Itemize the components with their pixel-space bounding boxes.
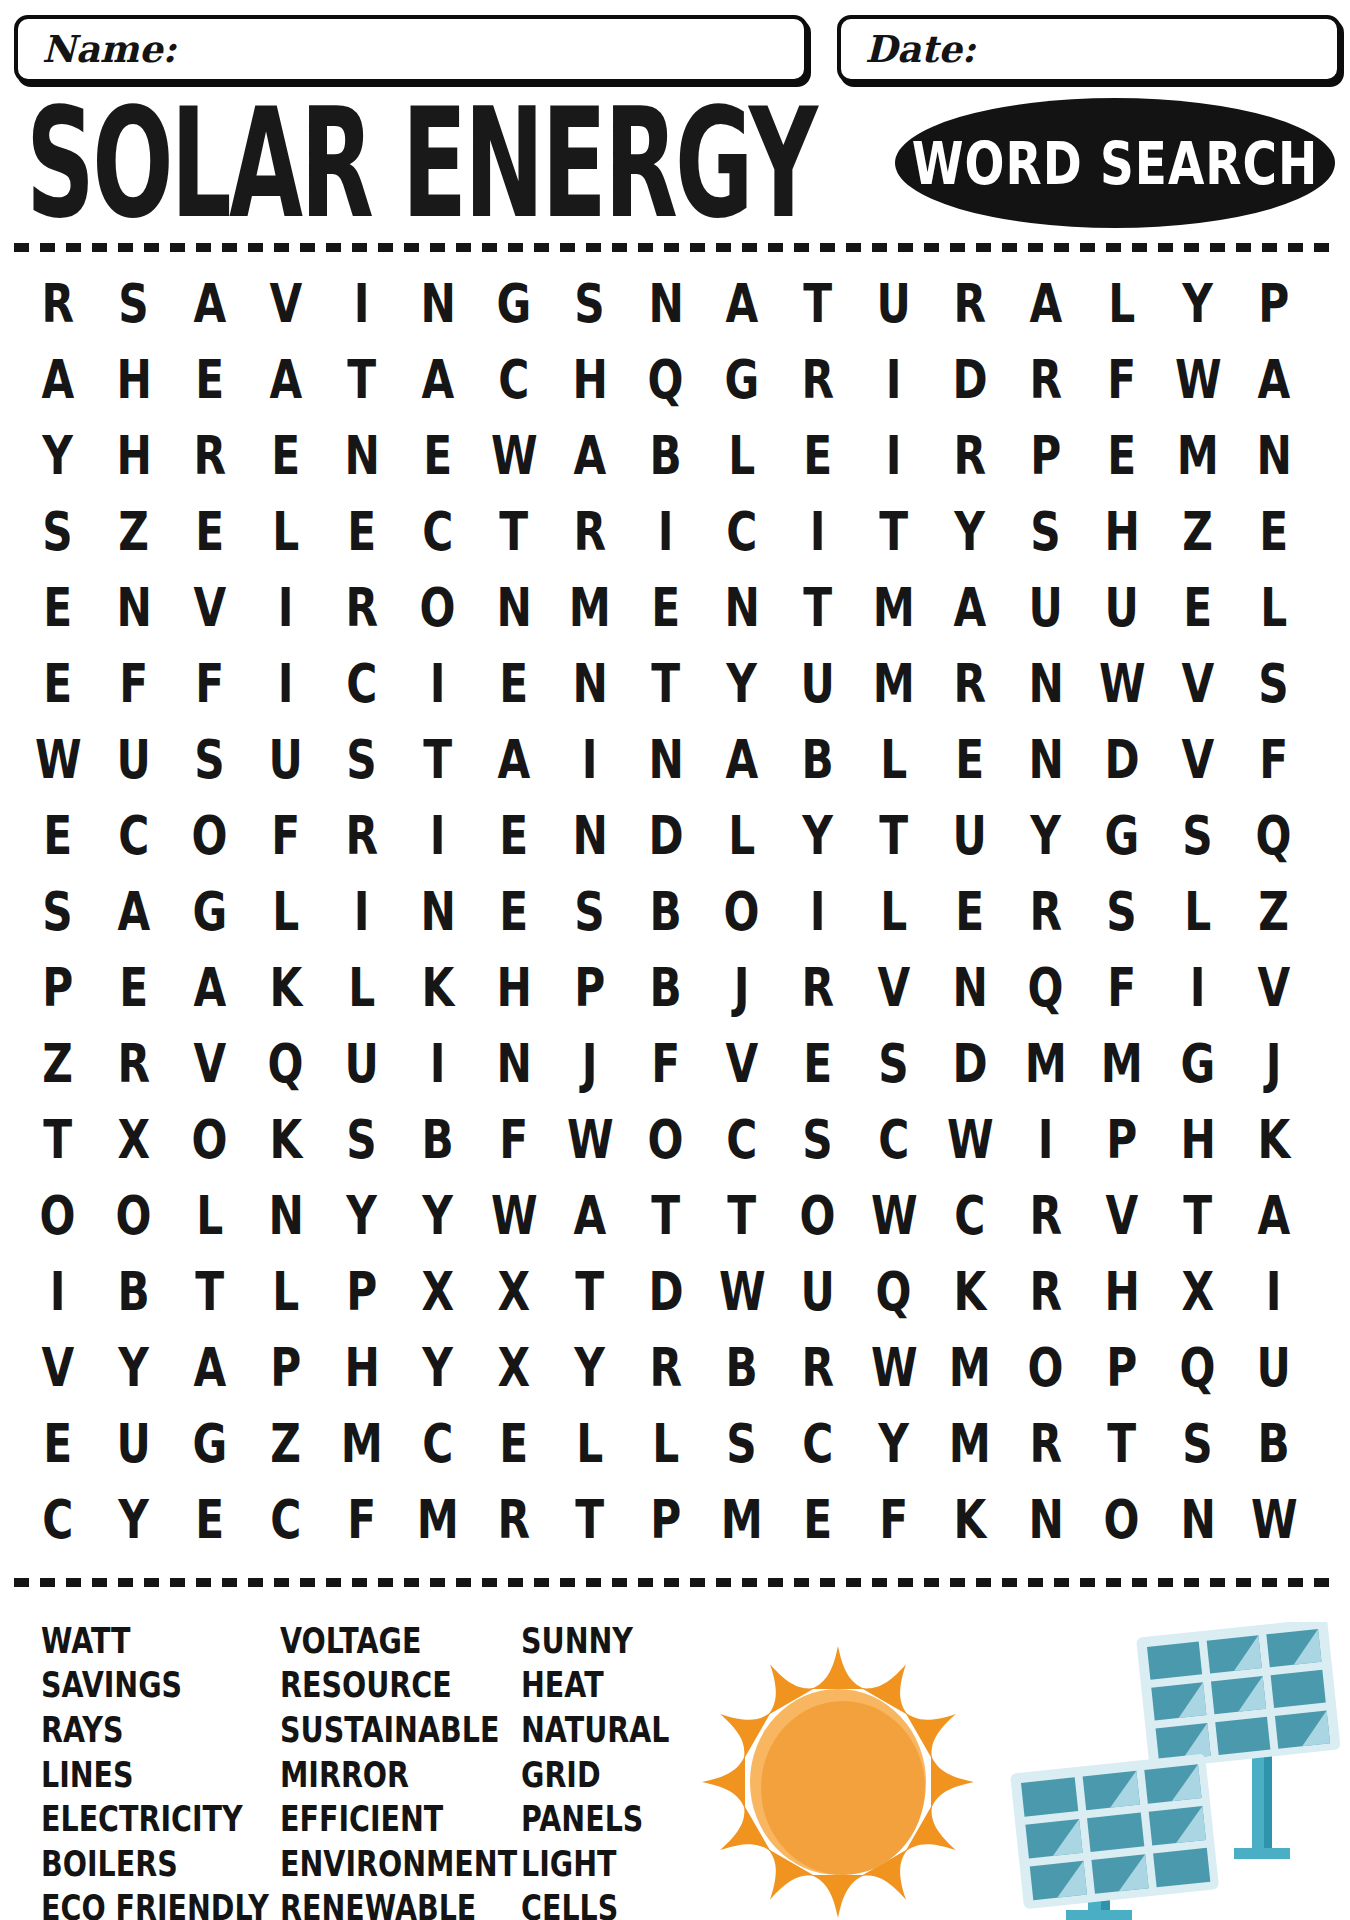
grid-cell[interactable]: L <box>248 1253 324 1329</box>
grid-cell[interactable]: N <box>628 265 704 341</box>
grid-cell[interactable]: N <box>476 569 552 645</box>
grid-cell[interactable]: Y <box>932 493 1008 569</box>
grid-cell[interactable]: S <box>552 873 628 949</box>
grid-cell[interactable]: B <box>780 721 856 797</box>
grid-cell[interactable]: I <box>248 569 324 645</box>
grid-cell[interactable]: Y <box>1008 797 1084 873</box>
grid-cell[interactable]: T <box>704 1177 780 1253</box>
grid-cell[interactable]: D <box>628 1253 704 1329</box>
grid-cell[interactable]: V <box>1084 1177 1160 1253</box>
grid-cell[interactable]: Y <box>780 797 856 873</box>
grid-cell[interactable]: R <box>932 417 1008 493</box>
grid-cell[interactable]: X <box>476 1253 552 1329</box>
grid-cell[interactable]: I <box>780 493 856 569</box>
grid-cell[interactable]: C <box>400 493 476 569</box>
grid-cell[interactable]: K <box>248 1101 324 1177</box>
grid-cell[interactable]: L <box>704 417 780 493</box>
grid-cell[interactable]: C <box>704 493 780 569</box>
grid-cell[interactable]: N <box>400 873 476 949</box>
grid-cell[interactable]: Y <box>20 417 96 493</box>
grid-cell[interactable]: U <box>96 721 172 797</box>
grid-cell[interactable]: W <box>932 1101 1008 1177</box>
grid-cell[interactable]: E <box>1236 493 1312 569</box>
grid-cell[interactable]: C <box>704 1101 780 1177</box>
grid-cell[interactable]: E <box>932 873 1008 949</box>
grid-cell[interactable]: T <box>628 645 704 721</box>
grid-cell[interactable]: U <box>1236 1329 1312 1405</box>
word-list-label: RENEWABLE <box>280 1887 476 1920</box>
grid-cell[interactable]: W <box>20 721 96 797</box>
grid-cell[interactable]: O <box>704 873 780 949</box>
grid-cell[interactable]: N <box>1008 645 1084 721</box>
grid-cell[interactable]: S <box>324 721 400 797</box>
word-list-item: RESOURCE <box>280 1663 530 1708</box>
grid-cell[interactable]: C <box>476 341 552 417</box>
grid-cell[interactable]: D <box>932 341 1008 417</box>
grid-cell[interactable]: R <box>780 1329 856 1405</box>
grid-cell[interactable]: V <box>172 569 248 645</box>
grid-cell[interactable]: R <box>780 341 856 417</box>
grid-cell[interactable]: M <box>856 569 932 645</box>
grid-cell[interactable]: T <box>324 341 400 417</box>
grid-cell[interactable]: G <box>172 873 248 949</box>
grid-cell[interactable]: N <box>96 569 172 645</box>
grid-cell[interactable]: L <box>552 1405 628 1481</box>
grid-cell[interactable]: Y <box>324 1177 400 1253</box>
grid-cell[interactable]: H <box>96 341 172 417</box>
grid-cell[interactable]: R <box>96 1025 172 1101</box>
grid-cell[interactable]: O <box>780 1177 856 1253</box>
grid-cell[interactable]: S <box>20 493 96 569</box>
grid-cell[interactable]: I <box>324 873 400 949</box>
grid-cell[interactable]: M <box>1160 417 1236 493</box>
grid-cell[interactable]: G <box>1160 1025 1236 1101</box>
grid-cell[interactable]: E <box>476 873 552 949</box>
name-field[interactable]: Name: <box>14 15 808 83</box>
grid-cell[interactable]: P <box>552 949 628 1025</box>
grid-cell[interactable]: E <box>20 1405 96 1481</box>
grid-cell[interactable]: N <box>476 1025 552 1101</box>
grid-cell[interactable]: H <box>1160 1101 1236 1177</box>
grid-cell[interactable]: K <box>400 949 476 1025</box>
grid-cell[interactable]: X <box>476 1329 552 1405</box>
grid-cell[interactable]: I <box>20 1253 96 1329</box>
grid-cell[interactable]: T <box>172 1253 248 1329</box>
grid-cell[interactable]: S <box>96 265 172 341</box>
grid-cell[interactable]: Z <box>96 493 172 569</box>
grid-cell[interactable]: E <box>172 1481 248 1557</box>
grid-cell[interactable]: E <box>476 797 552 873</box>
grid-cell[interactable]: U <box>96 1405 172 1481</box>
grid-cell[interactable]: P <box>1008 417 1084 493</box>
grid-cell[interactable]: S <box>1160 1405 1236 1481</box>
grid-cell[interactable]: R <box>1008 1253 1084 1329</box>
grid-cell[interactable]: R <box>324 569 400 645</box>
grid-cell[interactable]: T <box>628 1177 704 1253</box>
grid-cell[interactable]: B <box>628 873 704 949</box>
grid-cell[interactable]: I <box>552 721 628 797</box>
grid-cell[interactable]: P <box>20 949 96 1025</box>
grid-cell[interactable]: T <box>552 1481 628 1557</box>
grid-cell[interactable]: L <box>1160 873 1236 949</box>
grid-cell[interactable]: P <box>324 1253 400 1329</box>
grid-cell[interactable]: S <box>780 1101 856 1177</box>
grid-cell[interactable]: L <box>1084 265 1160 341</box>
grid-cell[interactable]: F <box>628 1025 704 1101</box>
grid-cell[interactable]: B <box>628 949 704 1025</box>
grid-cell[interactable]: R <box>932 645 1008 721</box>
grid-cell[interactable]: M <box>932 1329 1008 1405</box>
grid-cell[interactable]: O <box>172 797 248 873</box>
grid-cell[interactable]: R <box>628 1329 704 1405</box>
grid-cell[interactable]: L <box>324 949 400 1025</box>
grid-cell[interactable]: A <box>400 341 476 417</box>
grid-cell[interactable]: P <box>1084 1101 1160 1177</box>
grid-cell[interactable]: C <box>400 1405 476 1481</box>
grid-cell[interactable]: Z <box>20 1025 96 1101</box>
grid-cell[interactable]: B <box>400 1101 476 1177</box>
grid-cell[interactable]: V <box>704 1025 780 1101</box>
grid-cell[interactable]: A <box>96 873 172 949</box>
grid-cell[interactable]: I <box>856 417 932 493</box>
grid-cell[interactable]: L <box>172 1177 248 1253</box>
grid-cell[interactable]: D <box>1084 721 1160 797</box>
grid-cell[interactable]: C <box>932 1177 1008 1253</box>
grid-cell[interactable]: C <box>20 1481 96 1557</box>
grid-cell[interactable]: E <box>628 569 704 645</box>
grid-cell[interactable]: N <box>932 949 1008 1025</box>
grid-cell[interactable]: N <box>248 1177 324 1253</box>
grid-cell[interactable]: R <box>1008 341 1084 417</box>
grid-cell[interactable]: R <box>1008 1405 1084 1481</box>
grid-cell[interactable]: A <box>1236 341 1312 417</box>
grid-cell[interactable]: C <box>96 797 172 873</box>
grid-cell[interactable]: M <box>856 645 932 721</box>
grid-cell[interactable]: A <box>172 949 248 1025</box>
grid-cell[interactable]: B <box>96 1253 172 1329</box>
grid-cell[interactable]: J <box>704 949 780 1025</box>
grid-cell[interactable]: P <box>1084 1329 1160 1405</box>
grid-cell[interactable]: E <box>172 493 248 569</box>
grid-cell[interactable]: S <box>172 721 248 797</box>
grid-cell[interactable]: S <box>1236 645 1312 721</box>
grid-cell[interactable]: E <box>248 417 324 493</box>
grid-cell[interactable]: E <box>476 1405 552 1481</box>
grid-cell[interactable]: V <box>248 265 324 341</box>
grid-cell[interactable]: N <box>628 721 704 797</box>
grid-cell[interactable]: A <box>552 417 628 493</box>
grid-cell[interactable]: W <box>1236 1481 1312 1557</box>
grid-cell[interactable]: J <box>1236 1025 1312 1101</box>
grid-cell[interactable]: C <box>780 1405 856 1481</box>
grid-cell[interactable]: N <box>1008 721 1084 797</box>
grid-cell[interactable]: C <box>324 645 400 721</box>
grid-cell[interactable]: Z <box>1160 493 1236 569</box>
grid-cell[interactable]: R <box>172 417 248 493</box>
grid-cell[interactable]: E <box>20 569 96 645</box>
grid-cell[interactable]: N <box>552 797 628 873</box>
grid-cell[interactable]: A <box>552 1177 628 1253</box>
grid-cell[interactable]: L <box>856 721 932 797</box>
grid-cell[interactable]: G <box>172 1405 248 1481</box>
grid-cell[interactable]: R <box>932 265 1008 341</box>
grid-cell[interactable]: K <box>932 1481 1008 1557</box>
grid-cell[interactable]: E <box>96 949 172 1025</box>
grid-cell[interactable]: U <box>248 721 324 797</box>
grid-cell[interactable]: O <box>1084 1481 1160 1557</box>
grid-cell[interactable]: I <box>628 493 704 569</box>
grid-cell[interactable]: M <box>704 1481 780 1557</box>
grid-cell[interactable]: P <box>628 1481 704 1557</box>
grid-cell[interactable]: E <box>780 1025 856 1101</box>
grid-cell[interactable]: N <box>704 569 780 645</box>
grid-cell[interactable]: N <box>1236 417 1312 493</box>
grid-cell[interactable]: E <box>1084 417 1160 493</box>
grid-cell[interactable]: B <box>1236 1405 1312 1481</box>
grid-cell[interactable]: T <box>476 493 552 569</box>
grid-cell[interactable]: P <box>1236 265 1312 341</box>
grid-cell[interactable]: I <box>400 1025 476 1101</box>
grid-cell[interactable]: L <box>704 797 780 873</box>
grid-cell[interactable]: A <box>172 265 248 341</box>
grid-cell[interactable]: U <box>780 645 856 721</box>
grid-cell[interactable]: H <box>324 1329 400 1405</box>
grid-cell[interactable]: M <box>400 1481 476 1557</box>
grid-cell[interactable]: S <box>20 873 96 949</box>
grid-cell[interactable]: I <box>248 645 324 721</box>
grid-cell[interactable]: Y <box>400 1177 476 1253</box>
grid-cell[interactable]: X <box>96 1101 172 1177</box>
grid-cell[interactable]: T <box>552 1253 628 1329</box>
grid-cell[interactable]: B <box>704 1329 780 1405</box>
grid-cell[interactable]: W <box>476 1177 552 1253</box>
grid-cell[interactable]: T <box>780 569 856 645</box>
grid-cell[interactable]: A <box>476 721 552 797</box>
grid-cell[interactable]: V <box>20 1329 96 1405</box>
grid-cell[interactable]: K <box>248 949 324 1025</box>
grid-cell[interactable]: H <box>552 341 628 417</box>
grid-cell[interactable]: S <box>1160 797 1236 873</box>
grid-cell[interactable]: A <box>248 341 324 417</box>
grid-cell[interactable]: Y <box>96 1481 172 1557</box>
grid-cell[interactable]: L <box>248 873 324 949</box>
grid-cell[interactable]: Y <box>1160 265 1236 341</box>
grid-cell[interactable]: Y <box>400 1329 476 1405</box>
grid-cell[interactable]: A <box>932 569 1008 645</box>
grid-cell[interactable]: E <box>932 721 1008 797</box>
grid-cell[interactable]: F <box>248 797 324 873</box>
grid-cell[interactable]: Q <box>1160 1329 1236 1405</box>
grid-cell[interactable]: H <box>1084 1253 1160 1329</box>
grid-cell[interactable]: E <box>172 341 248 417</box>
grid-cell[interactable]: W <box>856 1329 932 1405</box>
grid-cell[interactable]: N <box>400 265 476 341</box>
grid-cell[interactable]: I <box>856 341 932 417</box>
grid-cell[interactable]: S <box>1008 493 1084 569</box>
grid-cell[interactable]: U <box>932 797 1008 873</box>
grid-cell[interactable]: O <box>172 1101 248 1177</box>
grid-cell[interactable]: V <box>856 949 932 1025</box>
word-search-grid: RSAVINGSNATURALYPAHEATACHQGRIDRFWAYHRENE… <box>20 265 1312 1557</box>
grid-cell[interactable]: H <box>1084 493 1160 569</box>
grid-cell[interactable]: S <box>856 1025 932 1101</box>
grid-cell[interactable]: M <box>1008 1025 1084 1101</box>
grid-cell[interactable]: S <box>552 265 628 341</box>
grid-cell[interactable]: Y <box>704 645 780 721</box>
grid-cell[interactable]: R <box>1008 873 1084 949</box>
grid-cell[interactable]: G <box>476 265 552 341</box>
grid-cell[interactable]: E <box>780 417 856 493</box>
grid-cell[interactable]: P <box>248 1329 324 1405</box>
grid-cell[interactable]: F <box>96 645 172 721</box>
grid-cell[interactable]: A <box>1008 265 1084 341</box>
grid-cell[interactable]: S <box>1084 873 1160 949</box>
grid-letter: S <box>727 1416 757 1469</box>
grid-cell[interactable]: I <box>1160 949 1236 1025</box>
grid-cell[interactable]: E <box>20 645 96 721</box>
grid-cell[interactable]: F <box>856 1481 932 1557</box>
grid-cell[interactable]: A <box>20 341 96 417</box>
grid-letter: T <box>196 1264 225 1317</box>
grid-cell[interactable]: T <box>20 1101 96 1177</box>
grid-cell[interactable]: W <box>1084 645 1160 721</box>
grid-cell[interactable]: M <box>932 1405 1008 1481</box>
grid-cell[interactable]: L <box>856 873 932 949</box>
grid-cell[interactable]: O <box>1008 1329 1084 1405</box>
grid-cell[interactable]: N <box>1160 1481 1236 1557</box>
grid-cell[interactable]: V <box>1236 949 1312 1025</box>
grid-cell[interactable]: U <box>856 265 932 341</box>
grid-cell[interactable]: M <box>552 569 628 645</box>
grid-cell[interactable]: C <box>248 1481 324 1557</box>
grid-cell[interactable]: C <box>856 1101 932 1177</box>
grid-cell[interactable]: K <box>1236 1101 1312 1177</box>
grid-letter: U <box>117 1416 151 1469</box>
grid-cell[interactable]: G <box>704 341 780 417</box>
grid-cell[interactable]: S <box>324 1101 400 1177</box>
grid-cell[interactable]: Z <box>1236 873 1312 949</box>
grid-cell[interactable]: F <box>1236 721 1312 797</box>
grid-cell[interactable]: S <box>704 1405 780 1481</box>
grid-cell[interactable]: T <box>856 797 932 873</box>
date-field[interactable]: Date: <box>837 15 1341 83</box>
grid-cell[interactable]: E <box>476 645 552 721</box>
grid-cell[interactable]: H <box>476 949 552 1025</box>
grid-cell[interactable]: N <box>552 645 628 721</box>
grid-cell[interactable]: Y <box>552 1329 628 1405</box>
grid-cell[interactable]: T <box>1084 1405 1160 1481</box>
grid-cell[interactable]: U <box>324 1025 400 1101</box>
grid-cell[interactable]: I <box>1008 1101 1084 1177</box>
grid-cell[interactable]: T <box>780 265 856 341</box>
grid-cell[interactable]: V <box>1160 721 1236 797</box>
grid-cell[interactable]: V <box>1160 645 1236 721</box>
grid-cell[interactable]: F <box>1084 341 1160 417</box>
grid-cell[interactable]: E <box>20 797 96 873</box>
grid-cell[interactable]: B <box>628 417 704 493</box>
grid-cell[interactable]: T <box>400 721 476 797</box>
grid-cell[interactable]: L <box>248 493 324 569</box>
grid-cell[interactable]: X <box>1160 1253 1236 1329</box>
grid-cell[interactable]: E <box>324 493 400 569</box>
grid-cell[interactable]: E <box>400 417 476 493</box>
grid-cell[interactable]: F <box>172 645 248 721</box>
grid-cell[interactable]: G <box>1084 797 1160 873</box>
grid-cell[interactable]: Q <box>1008 949 1084 1025</box>
grid-cell[interactable]: W <box>552 1101 628 1177</box>
grid-cell[interactable]: M <box>1084 1025 1160 1101</box>
grid-cell[interactable]: Z <box>248 1405 324 1481</box>
grid-cell[interactable]: Q <box>248 1025 324 1101</box>
grid-cell[interactable]: H <box>96 417 172 493</box>
grid-cell[interactable]: W <box>1160 341 1236 417</box>
grid-cell[interactable]: A <box>704 265 780 341</box>
grid-cell[interactable]: R <box>20 265 96 341</box>
grid-cell[interactable]: T <box>1160 1177 1236 1253</box>
grid-cell[interactable]: Q <box>628 341 704 417</box>
grid-cell[interactable]: I <box>324 265 400 341</box>
grid-letter: E <box>196 352 225 405</box>
grid-cell[interactable]: R <box>476 1481 552 1557</box>
grid-cell[interactable]: R <box>552 493 628 569</box>
grid-cell[interactable]: L <box>628 1405 704 1481</box>
grid-cell[interactable]: I <box>780 873 856 949</box>
grid-cell[interactable]: O <box>96 1177 172 1253</box>
grid-cell[interactable]: M <box>324 1405 400 1481</box>
grid-cell[interactable]: N <box>1008 1481 1084 1557</box>
grid-cell[interactable]: A <box>704 721 780 797</box>
grid-cell[interactable]: A <box>172 1329 248 1405</box>
grid-cell[interactable]: L <box>1236 569 1312 645</box>
grid-cell[interactable]: K <box>932 1253 1008 1329</box>
grid-cell[interactable]: W <box>704 1253 780 1329</box>
grid-cell[interactable]: X <box>400 1253 476 1329</box>
grid-cell[interactable]: I <box>400 797 476 873</box>
grid-cell[interactable]: O <box>20 1177 96 1253</box>
grid-cell[interactable]: W <box>856 1177 932 1253</box>
grid-cell[interactable]: V <box>172 1025 248 1101</box>
grid-cell[interactable]: N <box>324 417 400 493</box>
grid-cell[interactable]: D <box>932 1025 1008 1101</box>
grid-letter: U <box>953 808 987 861</box>
grid-cell[interactable]: U <box>1084 569 1160 645</box>
grid-cell[interactable]: J <box>552 1025 628 1101</box>
grid-cell[interactable]: Y <box>856 1405 932 1481</box>
grid-cell[interactable]: F <box>324 1481 400 1557</box>
grid-cell[interactable]: R <box>780 949 856 1025</box>
grid-cell[interactable]: F <box>1084 949 1160 1025</box>
grid-cell[interactable]: R <box>1008 1177 1084 1253</box>
grid-cell[interactable]: Q <box>856 1253 932 1329</box>
grid-cell[interactable]: O <box>628 1101 704 1177</box>
grid-cell[interactable]: U <box>780 1253 856 1329</box>
grid-cell[interactable]: T <box>856 493 932 569</box>
grid-cell[interactable]: D <box>628 797 704 873</box>
grid-cell[interactable]: E <box>780 1481 856 1557</box>
grid-cell[interactable]: U <box>1008 569 1084 645</box>
grid-cell[interactable]: A <box>1236 1177 1312 1253</box>
grid-cell[interactable]: I <box>1236 1253 1312 1329</box>
grid-cell[interactable]: E <box>1160 569 1236 645</box>
grid-cell[interactable]: Y <box>96 1329 172 1405</box>
grid-cell[interactable]: R <box>324 797 400 873</box>
grid-cell[interactable]: I <box>400 645 476 721</box>
grid-cell[interactable]: F <box>476 1101 552 1177</box>
grid-cell[interactable]: Q <box>1236 797 1312 873</box>
grid-cell[interactable]: W <box>476 417 552 493</box>
grid-cell[interactable]: O <box>400 569 476 645</box>
grid-letter: T <box>804 276 833 329</box>
